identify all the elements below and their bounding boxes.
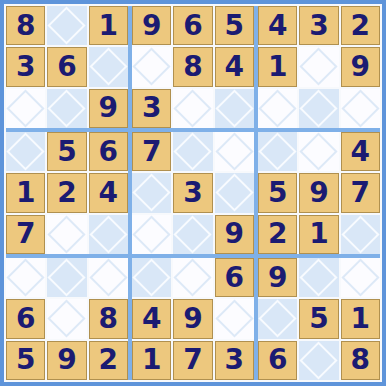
- diamond-icon: [133, 259, 171, 297]
- cell-value: 3: [309, 12, 328, 40]
- cell-value: 1: [142, 346, 161, 374]
- box-8: 649173: [132, 258, 254, 380]
- cell-r8c2[interactable]: [47, 299, 86, 338]
- cell-r8c7[interactable]: [258, 299, 297, 338]
- cell-r3c7[interactable]: [258, 89, 297, 128]
- diamond-icon: [215, 89, 253, 127]
- cell-r8c9: 1: [341, 299, 380, 338]
- cell-r4c5[interactable]: [173, 132, 212, 171]
- box-7: 68592: [6, 258, 128, 380]
- cell-r9c5: 7: [173, 341, 212, 380]
- cell-value: 3: [16, 53, 35, 81]
- diamond-icon: [300, 48, 338, 86]
- cell-r5c8: 9: [299, 173, 338, 212]
- diamond-icon: [7, 89, 45, 127]
- diamond-icon: [259, 89, 297, 127]
- cell-r8c6[interactable]: [215, 299, 254, 338]
- cell-value: 6: [183, 12, 202, 40]
- cell-r4c8[interactable]: [299, 132, 338, 171]
- cell-r6c1: 7: [6, 215, 45, 254]
- cell-value: 7: [142, 138, 161, 166]
- cell-value: 2: [57, 179, 76, 207]
- cell-value: 3: [183, 179, 202, 207]
- diamond-icon: [174, 259, 212, 297]
- diamond-icon: [300, 259, 338, 297]
- cell-r1c4: 9: [132, 6, 171, 45]
- cell-r9c7: 6: [258, 341, 297, 380]
- box-1: 81369: [6, 6, 128, 128]
- diamond-icon: [133, 215, 171, 253]
- cell-r8c5: 9: [173, 299, 212, 338]
- cell-r4c2: 5: [47, 132, 86, 171]
- cell-r7c1[interactable]: [6, 258, 45, 297]
- cell-r3c5[interactable]: [173, 89, 212, 128]
- cell-r7c9[interactable]: [341, 258, 380, 297]
- diamond-icon: [174, 133, 212, 171]
- cell-r8c4: 4: [132, 299, 171, 338]
- cell-r7c2[interactable]: [47, 258, 86, 297]
- diamond-icon: [89, 215, 127, 253]
- diamond-icon: [48, 259, 86, 297]
- diamond-icon: [300, 89, 338, 127]
- cell-r8c8: 5: [299, 299, 338, 338]
- cell-r6c3[interactable]: [89, 215, 128, 254]
- cell-r6c4[interactable]: [132, 215, 171, 254]
- cell-value: 6: [57, 53, 76, 81]
- cell-r6c2[interactable]: [47, 215, 86, 254]
- cell-r1c1: 8: [6, 6, 45, 45]
- cell-value: 4: [268, 12, 287, 40]
- diamond-icon: [215, 133, 253, 171]
- cell-r9c3: 2: [89, 341, 128, 380]
- box-3: 43219: [258, 6, 380, 128]
- cell-r2c6: 4: [215, 47, 254, 86]
- cell-r9c1: 5: [6, 341, 45, 380]
- cell-value: 4: [351, 138, 370, 166]
- cell-value: 4: [225, 53, 244, 81]
- cell-value: 2: [268, 220, 287, 248]
- cell-value: 9: [142, 12, 161, 40]
- cell-r9c4: 1: [132, 341, 171, 380]
- cell-r4c9: 4: [341, 132, 380, 171]
- diamond-icon: [48, 7, 86, 45]
- cell-r7c6: 6: [215, 258, 254, 297]
- cell-value: 7: [351, 179, 370, 207]
- cell-r7c7: 9: [258, 258, 297, 297]
- cell-r3c6[interactable]: [215, 89, 254, 128]
- cell-r7c4[interactable]: [132, 258, 171, 297]
- cell-value: 2: [99, 346, 118, 374]
- cell-r2c3[interactable]: [89, 47, 128, 86]
- sudoku-boxes: 8136996584343219561247739459721685926491…: [6, 6, 380, 380]
- cell-value: 9: [183, 305, 202, 333]
- cell-value: 1: [99, 12, 118, 40]
- cell-r3c1[interactable]: [6, 89, 45, 128]
- diamond-icon: [341, 259, 379, 297]
- cell-value: 5: [57, 138, 76, 166]
- cell-value: 7: [183, 346, 202, 374]
- diamond-icon: [89, 48, 127, 86]
- cell-r5c4[interactable]: [132, 173, 171, 212]
- diamond-icon: [174, 89, 212, 127]
- cell-value: 3: [142, 94, 161, 122]
- cell-r8c1: 6: [6, 299, 45, 338]
- cell-value: 8: [16, 12, 35, 40]
- cell-r4c3: 6: [89, 132, 128, 171]
- cell-r1c3: 1: [89, 6, 128, 45]
- cell-value: 9: [268, 264, 287, 292]
- cell-value: 9: [99, 94, 118, 122]
- cell-value: 9: [225, 220, 244, 248]
- cell-r6c5[interactable]: [173, 215, 212, 254]
- cell-value: 3: [225, 346, 244, 374]
- diamond-icon: [48, 300, 86, 338]
- cell-r3c2[interactable]: [47, 89, 86, 128]
- diamond-icon: [215, 300, 253, 338]
- cell-r2c2: 6: [47, 47, 86, 86]
- cell-value: 9: [309, 179, 328, 207]
- box-2: 965843: [132, 6, 254, 128]
- cell-r5c6[interactable]: [215, 173, 254, 212]
- cell-value: 6: [268, 346, 287, 374]
- cell-value: 1: [351, 305, 370, 333]
- cell-r7c8[interactable]: [299, 258, 338, 297]
- cell-value: 1: [309, 220, 328, 248]
- diamond-icon: [7, 133, 45, 171]
- sudoku-board: 8136996584343219561247739459721685926491…: [0, 0, 386, 386]
- diamond-icon: [341, 89, 379, 127]
- diamond-icon: [133, 48, 171, 86]
- cell-value: 5: [309, 305, 328, 333]
- cell-r4c1[interactable]: [6, 132, 45, 171]
- diamond-icon: [300, 341, 338, 379]
- cell-value: 8: [99, 305, 118, 333]
- cell-r6c7: 2: [258, 215, 297, 254]
- cell-r2c1: 3: [6, 47, 45, 86]
- cell-r9c9: 8: [341, 341, 380, 380]
- cell-value: 5: [16, 346, 35, 374]
- cell-r5c3: 4: [89, 173, 128, 212]
- cell-value: 4: [99, 179, 118, 207]
- box-6: 459721: [258, 132, 380, 254]
- cell-value: 8: [183, 53, 202, 81]
- cell-value: 6: [225, 264, 244, 292]
- cell-r3c8[interactable]: [299, 89, 338, 128]
- cell-r5c1: 1: [6, 173, 45, 212]
- cell-value: 5: [268, 179, 287, 207]
- box-9: 95168: [258, 258, 380, 380]
- cell-r8c3: 8: [89, 299, 128, 338]
- cell-r4c6[interactable]: [215, 132, 254, 171]
- cell-r3c3: 9: [89, 89, 128, 128]
- diamond-icon: [7, 259, 45, 297]
- diamond-icon: [300, 133, 338, 171]
- diamond-icon: [133, 174, 171, 212]
- cell-r3c9[interactable]: [341, 89, 380, 128]
- cell-value: 6: [16, 305, 35, 333]
- cell-value: 7: [16, 220, 35, 248]
- cell-r4c4: 7: [132, 132, 171, 171]
- cell-r5c2: 2: [47, 173, 86, 212]
- diamond-icon: [174, 215, 212, 253]
- diamond-icon: [48, 89, 86, 127]
- cell-value: 1: [268, 53, 287, 81]
- cell-value: 8: [351, 346, 370, 374]
- diamond-icon: [89, 259, 127, 297]
- cell-r1c5: 6: [173, 6, 212, 45]
- cell-value: 6: [99, 138, 118, 166]
- cell-r1c7: 4: [258, 6, 297, 45]
- cell-r7c3[interactable]: [89, 258, 128, 297]
- cell-value: 2: [351, 12, 370, 40]
- diamond-icon: [48, 215, 86, 253]
- cell-r9c6: 3: [215, 341, 254, 380]
- diamond-icon: [341, 215, 379, 253]
- box-4: 561247: [6, 132, 128, 254]
- cell-value: 5: [225, 12, 244, 40]
- cell-r5c9: 7: [341, 173, 380, 212]
- cell-r5c7: 5: [258, 173, 297, 212]
- cell-value: 9: [351, 53, 370, 81]
- cell-r9c2: 9: [47, 341, 86, 380]
- cell-r9c8[interactable]: [299, 341, 338, 380]
- cell-value: 1: [16, 179, 35, 207]
- box-5: 739: [132, 132, 254, 254]
- cell-value: 4: [142, 305, 161, 333]
- cell-r1c6: 5: [215, 6, 254, 45]
- diamond-icon: [215, 174, 253, 212]
- cell-r2c9: 9: [341, 47, 380, 86]
- diamond-icon: [259, 133, 297, 171]
- cell-value: 9: [57, 346, 76, 374]
- cell-r2c5: 8: [173, 47, 212, 86]
- cell-r6c8: 1: [299, 215, 338, 254]
- cell-r2c8[interactable]: [299, 47, 338, 86]
- cell-r1c8: 3: [299, 6, 338, 45]
- cell-r3c4: 3: [132, 89, 171, 128]
- diamond-icon: [259, 300, 297, 338]
- cell-r2c4[interactable]: [132, 47, 171, 86]
- cell-r5c5: 3: [173, 173, 212, 212]
- cell-r4c7[interactable]: [258, 132, 297, 171]
- cell-r6c9[interactable]: [341, 215, 380, 254]
- cell-r2c7: 1: [258, 47, 297, 86]
- cell-r1c9: 2: [341, 6, 380, 45]
- cell-r7c5[interactable]: [173, 258, 212, 297]
- cell-r1c2[interactable]: [47, 6, 86, 45]
- cell-r6c6: 9: [215, 215, 254, 254]
